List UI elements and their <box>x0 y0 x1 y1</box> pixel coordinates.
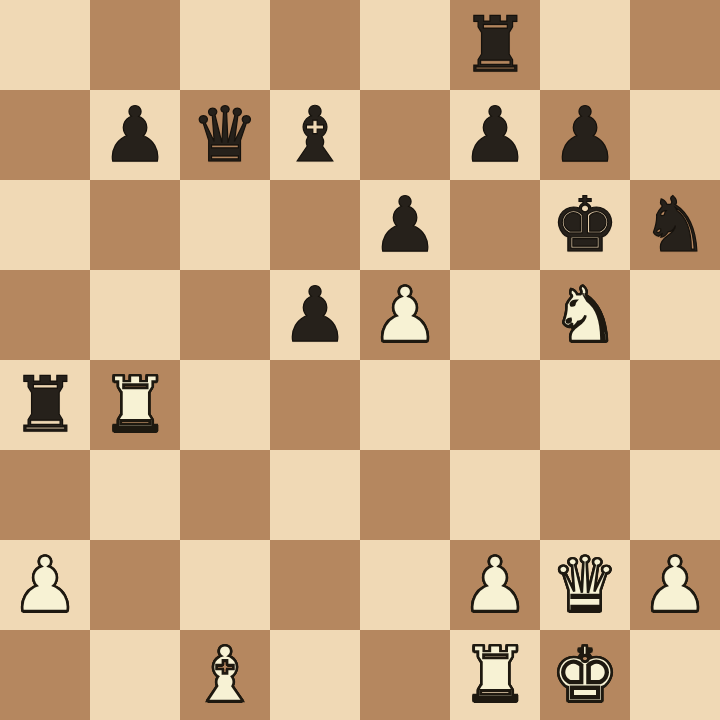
square-e7[interactable] <box>360 90 450 180</box>
square-g8[interactable] <box>540 0 630 90</box>
square-a8[interactable] <box>0 0 90 90</box>
square-d7[interactable]: ♝ <box>270 90 360 180</box>
black-rook: ♜ <box>0 360 90 450</box>
square-g5[interactable]: ♞ <box>540 270 630 360</box>
white-pawn: ♟ <box>450 540 540 630</box>
square-d1[interactable] <box>270 630 360 720</box>
square-f5[interactable] <box>450 270 540 360</box>
white-knight: ♞ <box>540 270 630 360</box>
square-b5[interactable] <box>90 270 180 360</box>
square-b7[interactable]: ♟ <box>90 90 180 180</box>
black-rook: ♜ <box>450 0 540 90</box>
square-c8[interactable] <box>180 0 270 90</box>
square-c3[interactable] <box>180 450 270 540</box>
square-e4[interactable] <box>360 360 450 450</box>
square-h8[interactable] <box>630 0 720 90</box>
square-e3[interactable] <box>360 450 450 540</box>
black-queen: ♛ <box>180 90 270 180</box>
square-b2[interactable] <box>90 540 180 630</box>
square-h4[interactable] <box>630 360 720 450</box>
white-rook: ♜ <box>450 630 540 720</box>
square-b4[interactable]: ♜ <box>90 360 180 450</box>
square-c6[interactable] <box>180 180 270 270</box>
black-pawn: ♟ <box>270 270 360 360</box>
square-c1[interactable]: ♝ <box>180 630 270 720</box>
square-f7[interactable]: ♟ <box>450 90 540 180</box>
black-knight: ♞ <box>630 180 720 270</box>
white-king: ♚ <box>540 630 630 720</box>
white-bishop: ♝ <box>180 630 270 720</box>
square-g1[interactable]: ♚ <box>540 630 630 720</box>
square-a6[interactable] <box>0 180 90 270</box>
square-h3[interactable] <box>630 450 720 540</box>
square-g6[interactable]: ♚ <box>540 180 630 270</box>
square-h1[interactable] <box>630 630 720 720</box>
square-a5[interactable] <box>0 270 90 360</box>
square-f6[interactable] <box>450 180 540 270</box>
square-e5[interactable]: ♟ <box>360 270 450 360</box>
square-h2[interactable]: ♟ <box>630 540 720 630</box>
square-f1[interactable]: ♜ <box>450 630 540 720</box>
square-b8[interactable] <box>90 0 180 90</box>
square-g3[interactable] <box>540 450 630 540</box>
square-e8[interactable] <box>360 0 450 90</box>
white-pawn: ♟ <box>360 270 450 360</box>
white-queen: ♛ <box>540 540 630 630</box>
black-pawn: ♟ <box>540 90 630 180</box>
square-b3[interactable] <box>90 450 180 540</box>
square-a7[interactable] <box>0 90 90 180</box>
square-c2[interactable] <box>180 540 270 630</box>
black-pawn: ♟ <box>450 90 540 180</box>
square-d2[interactable] <box>270 540 360 630</box>
square-b1[interactable] <box>90 630 180 720</box>
white-pawn: ♟ <box>0 540 90 630</box>
square-f3[interactable] <box>450 450 540 540</box>
square-c7[interactable]: ♛ <box>180 90 270 180</box>
square-d8[interactable] <box>270 0 360 90</box>
square-e2[interactable] <box>360 540 450 630</box>
square-h6[interactable]: ♞ <box>630 180 720 270</box>
square-g4[interactable] <box>540 360 630 450</box>
square-c4[interactable] <box>180 360 270 450</box>
square-g2[interactable]: ♛ <box>540 540 630 630</box>
square-a1[interactable] <box>0 630 90 720</box>
square-a4[interactable]: ♜ <box>0 360 90 450</box>
square-a3[interactable] <box>0 450 90 540</box>
square-f8[interactable]: ♜ <box>450 0 540 90</box>
white-pawn: ♟ <box>630 540 720 630</box>
square-d5[interactable]: ♟ <box>270 270 360 360</box>
square-d6[interactable] <box>270 180 360 270</box>
square-f4[interactable] <box>450 360 540 450</box>
white-rook: ♜ <box>90 360 180 450</box>
square-d3[interactable] <box>270 450 360 540</box>
square-e1[interactable] <box>360 630 450 720</box>
black-king: ♚ <box>540 180 630 270</box>
square-e6[interactable]: ♟ <box>360 180 450 270</box>
square-h5[interactable] <box>630 270 720 360</box>
square-c5[interactable] <box>180 270 270 360</box>
black-bishop: ♝ <box>270 90 360 180</box>
chess-board: ♜♟♛♝♟♟♟♚♞♟♟♞♜♜♟♟♛♟♝♜♚ <box>0 0 720 720</box>
black-pawn: ♟ <box>90 90 180 180</box>
square-d4[interactable] <box>270 360 360 450</box>
square-b6[interactable] <box>90 180 180 270</box>
square-a2[interactable]: ♟ <box>0 540 90 630</box>
square-g7[interactable]: ♟ <box>540 90 630 180</box>
square-f2[interactable]: ♟ <box>450 540 540 630</box>
black-pawn: ♟ <box>360 180 450 270</box>
square-h7[interactable] <box>630 90 720 180</box>
